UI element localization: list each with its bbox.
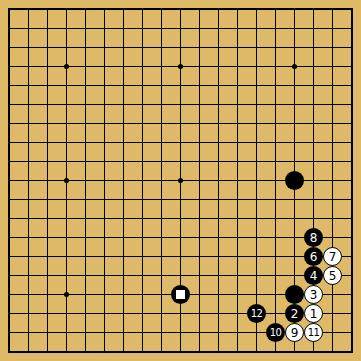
- move-7-stone-s6: 7: [323, 247, 342, 266]
- move-number-label: 9: [291, 327, 299, 339]
- move-10-stone-p2: 10: [266, 323, 285, 342]
- star-point: [292, 64, 297, 69]
- move-number-label: 4: [310, 270, 318, 282]
- grid-line-horizontal: [9, 237, 352, 238]
- move-9-stone-q2: 9: [285, 323, 304, 342]
- grid-line-horizontal: [9, 199, 352, 200]
- move-number-label: 10: [270, 328, 282, 338]
- stone-q4: [285, 285, 304, 304]
- stone-q10: [285, 171, 304, 190]
- square-mark-icon: [176, 290, 185, 299]
- move-1-stone-r3: 1: [304, 304, 323, 323]
- move-11-stone-r2: 11: [304, 323, 323, 342]
- grid-line-vertical: [237, 9, 238, 352]
- grid-line-vertical: [199, 9, 200, 352]
- move-number-label: 1: [310, 308, 318, 320]
- grid-line-vertical: [332, 9, 333, 352]
- move-number-label: 3: [310, 289, 318, 301]
- move-4-stone-r5: 4: [304, 266, 323, 285]
- star-point: [178, 178, 183, 183]
- move-number-label: 12: [251, 309, 263, 319]
- move-number-label: 7: [329, 251, 337, 263]
- move-8-stone-r7: 8: [304, 228, 323, 247]
- move-number-label: 8: [310, 232, 318, 244]
- move-2-stone-q3: 2: [285, 304, 304, 323]
- move-3-stone-r4: 3: [304, 285, 323, 304]
- star-point: [64, 292, 69, 297]
- move-6-stone-r6: 6: [304, 247, 323, 266]
- grid-line-vertical: [275, 9, 276, 352]
- move-number-label: 6: [310, 251, 318, 263]
- move-number-label: 5: [329, 270, 337, 282]
- grid-line-horizontal: [9, 275, 352, 276]
- star-point: [178, 64, 183, 69]
- move-number-label: 11: [308, 328, 320, 338]
- grid-line-vertical: [218, 9, 219, 352]
- move-5-stone-s5: 5: [323, 266, 342, 285]
- go-board: 123456789101112: [0, 0, 361, 361]
- star-point: [64, 178, 69, 183]
- grid-line-horizontal: [9, 256, 352, 257]
- move-12-stone-o3: 12: [247, 304, 266, 323]
- star-point: [64, 64, 69, 69]
- marked-stone-k4: [171, 285, 190, 304]
- move-number-label: 2: [291, 308, 299, 320]
- grid-line-horizontal: [9, 218, 352, 219]
- grid-line-vertical: [256, 9, 257, 352]
